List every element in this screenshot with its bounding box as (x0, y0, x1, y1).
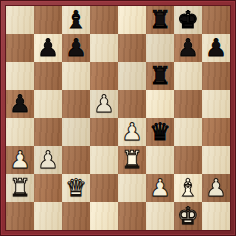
square-d2[interactable] (90, 174, 118, 202)
piece-white-bishop[interactable]: ♝ (174, 174, 202, 202)
square-b7[interactable]: ♟ (34, 34, 62, 62)
square-f8[interactable]: ♜ (146, 6, 174, 34)
piece-white-queen[interactable]: ♛ (62, 174, 90, 202)
chess-board: ♝♜♚♟♟♟♟♜♟♟♟♛♟♟♜♜♛♟♝♟♚ (6, 6, 230, 230)
piece-white-king[interactable]: ♚ (174, 202, 202, 230)
square-d1[interactable] (90, 202, 118, 230)
square-h3[interactable] (202, 146, 230, 174)
piece-white-pawn[interactable]: ♟ (202, 174, 230, 202)
square-f5[interactable] (146, 90, 174, 118)
square-a7[interactable] (6, 34, 34, 62)
square-f6[interactable]: ♜ (146, 62, 174, 90)
square-h8[interactable] (202, 6, 230, 34)
square-d8[interactable] (90, 6, 118, 34)
square-e4[interactable]: ♟ (118, 118, 146, 146)
square-a2[interactable]: ♜ (6, 174, 34, 202)
square-b6[interactable] (34, 62, 62, 90)
square-e7[interactable] (118, 34, 146, 62)
square-c7[interactable]: ♟ (62, 34, 90, 62)
square-c6[interactable] (62, 62, 90, 90)
square-f3[interactable] (146, 146, 174, 174)
square-e2[interactable] (118, 174, 146, 202)
square-d7[interactable] (90, 34, 118, 62)
piece-white-pawn[interactable]: ♟ (118, 118, 146, 146)
square-b1[interactable] (34, 202, 62, 230)
square-a8[interactable] (6, 6, 34, 34)
square-c3[interactable] (62, 146, 90, 174)
square-h2[interactable]: ♟ (202, 174, 230, 202)
piece-white-pawn[interactable]: ♟ (34, 146, 62, 174)
piece-black-pawn[interactable]: ♟ (34, 34, 62, 62)
square-g3[interactable] (174, 146, 202, 174)
piece-black-pawn[interactable]: ♟ (62, 34, 90, 62)
square-a5[interactable]: ♟ (6, 90, 34, 118)
piece-white-pawn[interactable]: ♟ (146, 174, 174, 202)
square-c5[interactable] (62, 90, 90, 118)
square-e8[interactable] (118, 6, 146, 34)
square-a4[interactable] (6, 118, 34, 146)
square-h5[interactable] (202, 90, 230, 118)
piece-white-rook[interactable]: ♜ (6, 174, 34, 202)
square-h4[interactable] (202, 118, 230, 146)
piece-black-king[interactable]: ♚ (174, 6, 202, 34)
square-b5[interactable] (34, 90, 62, 118)
square-f1[interactable] (146, 202, 174, 230)
square-a6[interactable] (6, 62, 34, 90)
square-e6[interactable] (118, 62, 146, 90)
square-c8[interactable]: ♝ (62, 6, 90, 34)
square-h6[interactable] (202, 62, 230, 90)
square-g5[interactable] (174, 90, 202, 118)
square-f4[interactable]: ♛ (146, 118, 174, 146)
square-e5[interactable] (118, 90, 146, 118)
board-frame: ♝♜♚♟♟♟♟♜♟♟♟♛♟♟♜♜♛♟♝♟♚ (0, 0, 236, 236)
square-c4[interactable] (62, 118, 90, 146)
piece-black-pawn[interactable]: ♟ (202, 34, 230, 62)
square-d4[interactable] (90, 118, 118, 146)
square-f2[interactable]: ♟ (146, 174, 174, 202)
square-d5[interactable]: ♟ (90, 90, 118, 118)
piece-black-pawn[interactable]: ♟ (6, 90, 34, 118)
square-g4[interactable] (174, 118, 202, 146)
square-g7[interactable]: ♟ (174, 34, 202, 62)
square-e3[interactable]: ♜ (118, 146, 146, 174)
piece-black-queen[interactable]: ♛ (146, 118, 174, 146)
square-c1[interactable] (62, 202, 90, 230)
square-d6[interactable] (90, 62, 118, 90)
piece-white-pawn[interactable]: ♟ (90, 90, 118, 118)
square-f7[interactable] (146, 34, 174, 62)
square-a3[interactable]: ♟ (6, 146, 34, 174)
piece-black-bishop[interactable]: ♝ (62, 6, 90, 34)
piece-white-pawn[interactable]: ♟ (6, 146, 34, 174)
square-g6[interactable] (174, 62, 202, 90)
piece-black-rook[interactable]: ♜ (146, 6, 174, 34)
square-b3[interactable]: ♟ (34, 146, 62, 174)
square-e1[interactable] (118, 202, 146, 230)
piece-black-rook[interactable]: ♜ (146, 62, 174, 90)
square-a1[interactable] (6, 202, 34, 230)
square-g8[interactable]: ♚ (174, 6, 202, 34)
square-g2[interactable]: ♝ (174, 174, 202, 202)
square-h1[interactable] (202, 202, 230, 230)
piece-white-rook[interactable]: ♜ (118, 146, 146, 174)
square-g1[interactable]: ♚ (174, 202, 202, 230)
square-c2[interactable]: ♛ (62, 174, 90, 202)
square-b8[interactable] (34, 6, 62, 34)
square-h7[interactable]: ♟ (202, 34, 230, 62)
square-b4[interactable] (34, 118, 62, 146)
square-d3[interactable] (90, 146, 118, 174)
piece-black-pawn[interactable]: ♟ (174, 34, 202, 62)
square-b2[interactable] (34, 174, 62, 202)
